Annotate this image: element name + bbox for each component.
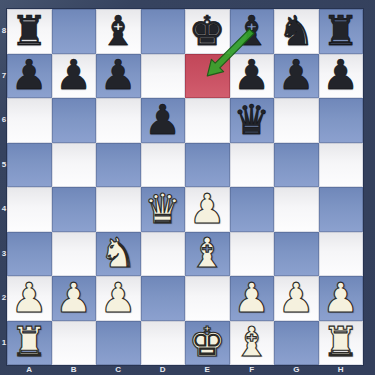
- square-g4[interactable]: [274, 187, 319, 232]
- square-c7[interactable]: ♟: [96, 54, 141, 99]
- square-f7[interactable]: ♟: [230, 54, 275, 99]
- square-a5[interactable]: [7, 143, 52, 188]
- rank-label-5: 5: [0, 160, 8, 170]
- square-e4[interactable]: ♟: [185, 187, 230, 232]
- piece-white-pawn[interactable]: ♟: [189, 189, 226, 230]
- chess-board-frame: ♜♝♚♝♞♜♟♟♟♟♟♟♟♛♛♟♞♝♟♟♟♟♟♟♜♚♝♜ 87654321ABC…: [0, 0, 375, 375]
- square-a6[interactable]: [7, 98, 52, 143]
- square-h3[interactable]: [319, 232, 364, 277]
- piece-white-pawn[interactable]: ♟: [233, 278, 270, 319]
- square-g3[interactable]: [274, 232, 319, 277]
- piece-white-pawn[interactable]: ♟: [100, 278, 137, 319]
- square-d7[interactable]: [141, 54, 186, 99]
- piece-black-pawn[interactable]: ♟: [278, 55, 315, 96]
- square-a7[interactable]: ♟: [7, 54, 52, 99]
- square-d4[interactable]: ♛: [141, 187, 186, 232]
- rank-label-7: 7: [0, 71, 8, 81]
- square-a2[interactable]: ♟: [7, 276, 52, 321]
- square-b2[interactable]: ♟: [52, 276, 97, 321]
- square-g2[interactable]: ♟: [274, 276, 319, 321]
- piece-white-knight[interactable]: ♞: [100, 233, 137, 274]
- piece-white-pawn[interactable]: ♟: [11, 278, 48, 319]
- square-b7[interactable]: ♟: [52, 54, 97, 99]
- piece-black-rook[interactable]: ♜: [322, 11, 359, 52]
- square-h5[interactable]: [319, 143, 364, 188]
- square-b4[interactable]: [52, 187, 97, 232]
- piece-black-bishop[interactable]: ♝: [233, 11, 270, 52]
- rank-label-6: 6: [0, 115, 8, 125]
- square-f4[interactable]: [230, 187, 275, 232]
- square-b3[interactable]: [52, 232, 97, 277]
- file-label-a: A: [19, 365, 39, 375]
- square-f6[interactable]: ♛: [230, 98, 275, 143]
- square-f2[interactable]: ♟: [230, 276, 275, 321]
- rank-label-1: 1: [0, 338, 8, 348]
- square-c8[interactable]: ♝: [96, 9, 141, 54]
- square-c4[interactable]: [96, 187, 141, 232]
- file-label-b: B: [64, 365, 84, 375]
- square-d3[interactable]: [141, 232, 186, 277]
- square-a8[interactable]: ♜: [7, 9, 52, 54]
- square-e2[interactable]: [185, 276, 230, 321]
- square-d2[interactable]: [141, 276, 186, 321]
- rank-label-2: 2: [0, 293, 8, 303]
- rank-label-8: 8: [0, 26, 8, 36]
- square-e1[interactable]: ♚: [185, 321, 230, 366]
- piece-black-pawn[interactable]: ♟: [322, 55, 359, 96]
- square-g8[interactable]: ♞: [274, 9, 319, 54]
- square-h6[interactable]: [319, 98, 364, 143]
- square-e3[interactable]: ♝: [185, 232, 230, 277]
- square-a1[interactable]: ♜: [7, 321, 52, 366]
- square-g7[interactable]: ♟: [274, 54, 319, 99]
- file-label-d: D: [153, 365, 173, 375]
- piece-white-king[interactable]: ♚: [189, 322, 226, 363]
- file-label-c: C: [108, 365, 128, 375]
- piece-black-pawn[interactable]: ♟: [144, 100, 181, 141]
- square-e8[interactable]: ♚: [185, 9, 230, 54]
- square-d6[interactable]: ♟: [141, 98, 186, 143]
- piece-black-king[interactable]: ♚: [189, 11, 226, 52]
- square-h1[interactable]: ♜: [319, 321, 364, 366]
- square-d8[interactable]: [141, 9, 186, 54]
- square-e5[interactable]: [185, 143, 230, 188]
- file-label-h: H: [331, 365, 351, 375]
- square-g6[interactable]: [274, 98, 319, 143]
- square-f5[interactable]: [230, 143, 275, 188]
- square-c3[interactable]: ♞: [96, 232, 141, 277]
- square-a4[interactable]: [7, 187, 52, 232]
- square-c5[interactable]: [96, 143, 141, 188]
- piece-black-bishop[interactable]: ♝: [100, 11, 137, 52]
- piece-black-queen[interactable]: ♛: [233, 100, 270, 141]
- piece-white-bishop[interactable]: ♝: [189, 233, 226, 274]
- piece-white-queen[interactable]: ♛: [144, 189, 181, 230]
- square-h2[interactable]: ♟: [319, 276, 364, 321]
- piece-black-pawn[interactable]: ♟: [11, 55, 48, 96]
- square-h8[interactable]: ♜: [319, 9, 364, 54]
- square-a3[interactable]: [7, 232, 52, 277]
- square-c1[interactable]: [96, 321, 141, 366]
- square-b1[interactable]: [52, 321, 97, 366]
- square-g5[interactable]: [274, 143, 319, 188]
- square-c6[interactable]: [96, 98, 141, 143]
- square-d1[interactable]: [141, 321, 186, 366]
- piece-black-knight[interactable]: ♞: [278, 11, 315, 52]
- file-label-e: E: [197, 365, 217, 375]
- square-d5[interactable]: [141, 143, 186, 188]
- square-b6[interactable]: [52, 98, 97, 143]
- square-f3[interactable]: [230, 232, 275, 277]
- square-h4[interactable]: [319, 187, 364, 232]
- rank-label-3: 3: [0, 249, 8, 259]
- square-f1[interactable]: ♝: [230, 321, 275, 366]
- piece-white-rook[interactable]: ♜: [322, 322, 359, 363]
- rank-label-4: 4: [0, 204, 8, 214]
- piece-white-pawn[interactable]: ♟: [55, 278, 92, 319]
- square-b8[interactable]: [52, 9, 97, 54]
- piece-black-rook[interactable]: ♜: [11, 11, 48, 52]
- square-c2[interactable]: ♟: [96, 276, 141, 321]
- square-h7[interactable]: ♟: [319, 54, 364, 99]
- piece-white-pawn[interactable]: ♟: [322, 278, 359, 319]
- square-f8[interactable]: ♝: [230, 9, 275, 54]
- piece-white-rook[interactable]: ♜: [11, 322, 48, 363]
- square-b5[interactable]: [52, 143, 97, 188]
- piece-black-pawn[interactable]: ♟: [233, 55, 270, 96]
- piece-black-pawn[interactable]: ♟: [100, 55, 137, 96]
- piece-black-pawn[interactable]: ♟: [55, 55, 92, 96]
- piece-white-pawn[interactable]: ♟: [278, 278, 315, 319]
- file-label-f: F: [242, 365, 262, 375]
- chess-board: ♜♝♚♝♞♜♟♟♟♟♟♟♟♛♛♟♞♝♟♟♟♟♟♟♜♚♝♜: [7, 9, 363, 365]
- piece-white-bishop[interactable]: ♝: [233, 322, 270, 363]
- square-e6[interactable]: [185, 98, 230, 143]
- square-e7[interactable]: [185, 54, 230, 99]
- square-g1[interactable]: [274, 321, 319, 366]
- file-label-g: G: [286, 365, 306, 375]
